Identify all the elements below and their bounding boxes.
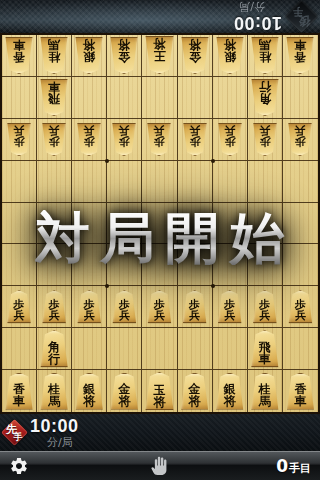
gote-piece-歩兵[interactable]: 歩兵 [287, 123, 313, 156]
square-65[interactable] [107, 203, 142, 245]
square-98[interactable] [2, 328, 37, 370]
square-61[interactable]: 金将 [107, 35, 142, 77]
square-87[interactable]: 歩兵 [37, 286, 72, 328]
gote-piece-飛車[interactable]: 飛車 [39, 79, 69, 116]
square-45[interactable] [178, 203, 213, 245]
square-25[interactable] [248, 203, 283, 245]
sente-piece-歩兵[interactable]: 歩兵 [217, 290, 243, 323]
square-88[interactable]: 角行 [37, 328, 72, 370]
square-54[interactable] [142, 161, 177, 203]
square-72[interactable] [72, 77, 107, 119]
square-86[interactable] [37, 244, 72, 286]
hand-button[interactable] [151, 455, 170, 476]
square-53[interactable]: 歩兵 [142, 119, 177, 161]
square-16[interactable] [283, 244, 318, 286]
gote-piece-銀将[interactable]: 銀将 [215, 37, 245, 74]
sente-piece-玉将[interactable]: 玉将 [144, 372, 175, 410]
square-78[interactable] [72, 328, 107, 370]
sente-badge: 先 手 [5, 423, 24, 442]
move-counter-value: 0 [276, 456, 288, 476]
bottom-toolbar: 0 手目 [0, 451, 320, 480]
square-38[interactable] [213, 328, 248, 370]
sente-piece-銀将[interactable]: 銀将 [215, 373, 245, 410]
sente-piece-角行[interactable]: 角行 [39, 330, 69, 367]
square-24[interactable] [248, 161, 283, 203]
square-97[interactable]: 歩兵 [2, 286, 37, 328]
square-91[interactable]: 香車 [2, 35, 37, 77]
gote-info-bar: 後 手 10:00 分/局 [0, 0, 320, 33]
sente-piece-歩兵[interactable]: 歩兵 [6, 290, 32, 323]
square-93[interactable]: 歩兵 [2, 119, 37, 161]
sente-piece-香車[interactable]: 香車 [285, 373, 315, 410]
square-37[interactable]: 歩兵 [213, 286, 248, 328]
square-32[interactable] [213, 77, 248, 119]
square-41[interactable]: 金将 [178, 35, 213, 77]
gote-piece-銀将[interactable]: 銀将 [74, 37, 104, 74]
square-48[interactable] [178, 328, 213, 370]
square-34[interactable] [213, 161, 248, 203]
square-42[interactable] [178, 77, 213, 119]
square-59[interactable]: 玉将 [142, 370, 177, 412]
hoshi-dot [105, 159, 109, 163]
sente-piece-歩兵[interactable]: 歩兵 [76, 290, 102, 323]
gote-piece-歩兵[interactable]: 歩兵 [111, 123, 137, 156]
square-44[interactable] [178, 161, 213, 203]
sente-piece-歩兵[interactable]: 歩兵 [41, 290, 67, 323]
square-18[interactable] [283, 328, 318, 370]
square-99[interactable]: 香車 [2, 370, 37, 412]
square-64[interactable] [107, 161, 142, 203]
square-43[interactable]: 歩兵 [178, 119, 213, 161]
sente-piece-歩兵[interactable]: 歩兵 [287, 290, 313, 323]
square-83[interactable]: 歩兵 [37, 119, 72, 161]
gote-piece-歩兵[interactable]: 歩兵 [76, 123, 102, 156]
sente-piece-歩兵[interactable]: 歩兵 [111, 290, 137, 323]
hoshi-dot [211, 284, 215, 288]
move-counter: 0 手目 [276, 456, 311, 476]
square-28[interactable]: 飛車 [248, 328, 283, 370]
square-82[interactable]: 飛車 [37, 77, 72, 119]
gote-badge-char-2: 手 [293, 6, 303, 16]
square-39[interactable]: 銀将 [213, 370, 248, 412]
square-31[interactable]: 銀将 [213, 35, 248, 77]
gote-piece-香車[interactable]: 香車 [4, 37, 34, 74]
square-62[interactable] [107, 77, 142, 119]
square-69[interactable]: 金将 [107, 370, 142, 412]
sente-piece-歩兵[interactable]: 歩兵 [146, 290, 172, 323]
square-27[interactable]: 歩兵 [248, 286, 283, 328]
square-81[interactable]: 桂馬 [37, 35, 72, 77]
sente-piece-金将[interactable]: 金将 [180, 373, 210, 410]
hoshi-dot [211, 159, 215, 163]
board-grid: 香車桂馬銀将金将王将金将銀将桂馬香車飛車角行歩兵歩兵歩兵歩兵歩兵歩兵歩兵歩兵歩兵… [2, 35, 318, 412]
hand-icon [151, 455, 170, 476]
gote-piece-金将[interactable]: 金将 [109, 37, 139, 74]
square-67[interactable]: 歩兵 [107, 286, 142, 328]
square-26[interactable] [248, 244, 283, 286]
square-84[interactable] [37, 161, 72, 203]
sente-info-bar: 先 手 10:00 分/局 [0, 414, 320, 451]
sente-piece-香車[interactable]: 香車 [4, 373, 34, 410]
gote-piece-金将[interactable]: 金将 [180, 37, 210, 74]
square-13[interactable]: 歩兵 [283, 119, 318, 161]
gote-player-cluster: 後 手 10:00 分/局 [0, 0, 320, 33]
gote-badge: 後 手 [290, 5, 313, 28]
square-36[interactable] [213, 244, 248, 286]
sente-badge-char-2: 手 [14, 433, 23, 442]
square-35[interactable] [213, 203, 248, 245]
square-92[interactable] [2, 77, 37, 119]
move-counter-unit: 手目 [289, 461, 311, 476]
square-29[interactable]: 桂馬 [248, 370, 283, 412]
square-94[interactable] [2, 161, 37, 203]
sente-piece-銀将[interactable]: 銀将 [74, 373, 104, 410]
settings-gear-icon [9, 456, 29, 476]
square-46[interactable] [178, 244, 213, 286]
square-71[interactable]: 銀将 [72, 35, 107, 77]
sente-piece-飛車[interactable]: 飛車 [250, 330, 280, 367]
square-56[interactable] [142, 244, 177, 286]
hoshi-dot [105, 284, 109, 288]
square-58[interactable] [142, 328, 177, 370]
square-14[interactable] [283, 161, 318, 203]
square-74[interactable] [72, 161, 107, 203]
square-49[interactable]: 金将 [178, 370, 213, 412]
shogi-board[interactable]: 香車桂馬銀将金将王将金将銀将桂馬香車飛車角行歩兵歩兵歩兵歩兵歩兵歩兵歩兵歩兵歩兵… [0, 33, 320, 414]
square-19[interactable]: 香車 [283, 370, 318, 412]
square-76[interactable] [72, 244, 107, 286]
gote-clock: 10:00 [233, 14, 282, 32]
square-55[interactable] [142, 203, 177, 245]
gote-piece-歩兵[interactable]: 歩兵 [146, 123, 172, 156]
square-85[interactable] [37, 203, 72, 245]
square-73[interactable]: 歩兵 [72, 119, 107, 161]
square-63[interactable]: 歩兵 [107, 119, 142, 161]
sente-piece-桂馬[interactable]: 桂馬 [250, 373, 280, 410]
square-77[interactable]: 歩兵 [72, 286, 107, 328]
gote-piece-歩兵[interactable]: 歩兵 [217, 123, 243, 156]
sente-piece-桂馬[interactable]: 桂馬 [39, 373, 69, 410]
square-79[interactable]: 銀将 [72, 370, 107, 412]
shogi-app: 後 手 10:00 分/局 香車桂馬銀将金将王将金将銀将桂馬香車飛車角行歩兵歩兵… [0, 0, 320, 480]
square-95[interactable] [2, 203, 37, 245]
sente-piece-歩兵[interactable]: 歩兵 [252, 290, 278, 323]
gote-piece-歩兵[interactable]: 歩兵 [6, 123, 32, 156]
sente-piece-歩兵[interactable]: 歩兵 [182, 290, 208, 323]
gote-piece-香車[interactable]: 香車 [285, 37, 315, 74]
sente-piece-金将[interactable]: 金将 [109, 373, 139, 410]
gote-clock-wrap: 10:00 分/局 [233, 1, 282, 32]
gote-piece-角行[interactable]: 角行 [250, 79, 280, 116]
gote-piece-桂馬[interactable]: 桂馬 [39, 37, 69, 74]
square-23[interactable]: 歩兵 [248, 119, 283, 161]
square-68[interactable] [107, 328, 142, 370]
gote-clock-unit: 分/局 [233, 1, 265, 12]
sente-clock: 10:00 [30, 417, 79, 435]
gote-piece-歩兵[interactable]: 歩兵 [41, 123, 67, 156]
square-21[interactable]: 桂馬 [248, 35, 283, 77]
square-57[interactable]: 歩兵 [142, 286, 177, 328]
sente-clock-wrap: 10:00 分/局 [30, 417, 79, 448]
square-17[interactable]: 歩兵 [283, 286, 318, 328]
square-66[interactable] [107, 244, 142, 286]
square-12[interactable] [283, 77, 318, 119]
gote-piece-桂馬[interactable]: 桂馬 [250, 37, 280, 74]
square-89[interactable]: 桂馬 [37, 370, 72, 412]
gote-piece-歩兵[interactable]: 歩兵 [252, 123, 278, 156]
settings-button[interactable] [9, 456, 29, 476]
square-51[interactable]: 王将 [142, 35, 177, 77]
square-52[interactable] [142, 77, 177, 119]
square-47[interactable]: 歩兵 [178, 286, 213, 328]
gote-piece-王将[interactable]: 王将 [144, 36, 175, 74]
square-11[interactable]: 香車 [283, 35, 318, 77]
square-33[interactable]: 歩兵 [213, 119, 248, 161]
square-96[interactable] [2, 244, 37, 286]
square-15[interactable] [283, 203, 318, 245]
gote-piece-歩兵[interactable]: 歩兵 [182, 123, 208, 156]
square-75[interactable] [72, 203, 107, 245]
square-22[interactable]: 角行 [248, 77, 283, 119]
sente-clock-unit: 分/局 [47, 437, 79, 448]
sente-player-cluster: 先 手 10:00 分/局 [0, 414, 320, 451]
